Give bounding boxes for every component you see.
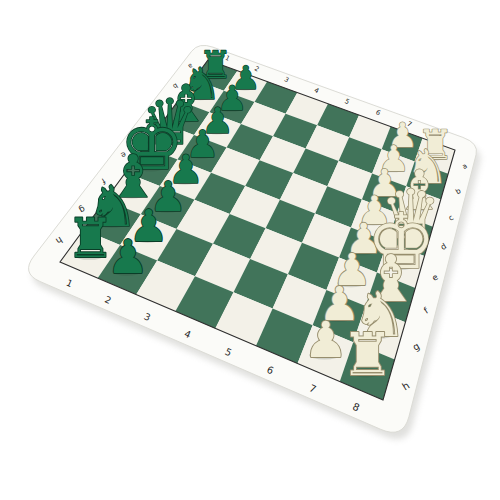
ivory-rook-glyph: ♜ — [341, 320, 394, 389]
piece-ivory-rook-h8: ♜ — [341, 320, 394, 389]
piece-green-pawn-h2: ♟ — [107, 230, 149, 284]
product-photo: 1122334455667788aabbccddeeffgghh♜♟♞♟♝♟♛♟… — [0, 0, 500, 500]
green-pawn-glyph: ♟ — [107, 230, 149, 284]
chess-set-scene: 1122334455667788aabbccddeeffgghh♜♟♞♟♝♟♛♟… — [0, 0, 500, 500]
